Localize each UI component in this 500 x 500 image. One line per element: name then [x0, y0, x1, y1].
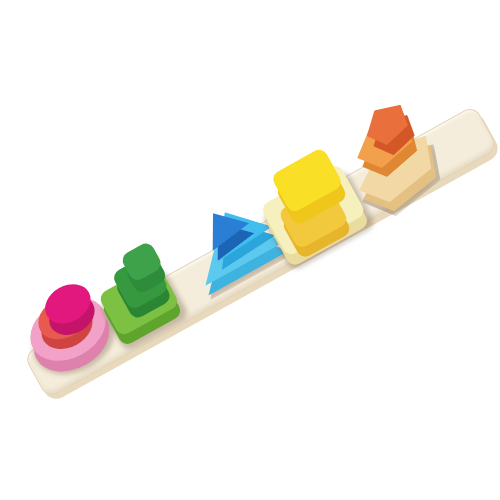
product-photo: [0, 0, 500, 500]
shape-stacks: [23, 105, 474, 355]
wooden-board: [23, 105, 499, 399]
